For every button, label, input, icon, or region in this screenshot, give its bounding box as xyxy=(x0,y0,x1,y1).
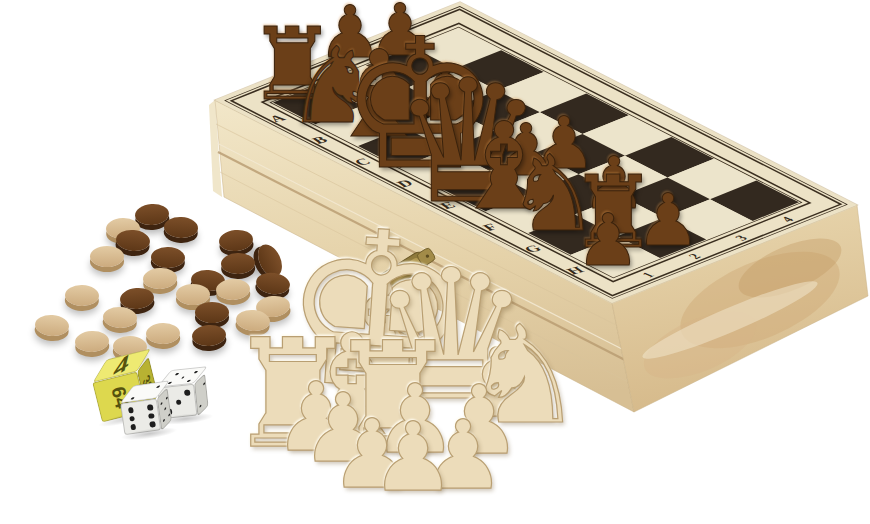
die-pip xyxy=(175,399,181,405)
light-pawn: ♟ xyxy=(370,411,455,506)
die-pip xyxy=(168,412,170,416)
die-pip xyxy=(163,418,165,422)
die-pip xyxy=(160,401,162,405)
die-pip xyxy=(130,424,136,430)
die-pip xyxy=(186,379,191,382)
die-pip xyxy=(184,390,190,396)
product-photo-scene: ABCDEFGH 1234 ♜♞♟♝♟♚♟♛♝♟♟♞♟♜♟♟ ♚♛♜♜♝♝♞♞♟… xyxy=(0,0,870,524)
white-die-1 xyxy=(118,381,173,435)
die-pip xyxy=(130,397,135,400)
die-pip xyxy=(174,373,179,376)
die-pip xyxy=(156,385,161,388)
die-face xyxy=(120,398,161,435)
die-pip xyxy=(149,421,155,427)
draughts-disc-dark xyxy=(195,302,229,323)
die-pip xyxy=(129,416,135,422)
draughts-disc-light xyxy=(90,246,124,267)
rank-label-4: 4 xyxy=(778,215,796,223)
die-pip xyxy=(180,376,185,379)
die-pip xyxy=(166,396,168,400)
dark-pawn-h1: ♟ xyxy=(576,205,641,277)
die-pip xyxy=(148,413,154,419)
die-pip xyxy=(193,371,198,374)
die-pip xyxy=(128,407,134,413)
die-pip xyxy=(164,407,166,411)
rank-label-1: 1 xyxy=(639,271,657,279)
die-pip xyxy=(203,381,205,385)
rank-label-3: 3 xyxy=(732,234,750,242)
die-pip xyxy=(147,405,153,411)
die-pip xyxy=(199,404,201,408)
